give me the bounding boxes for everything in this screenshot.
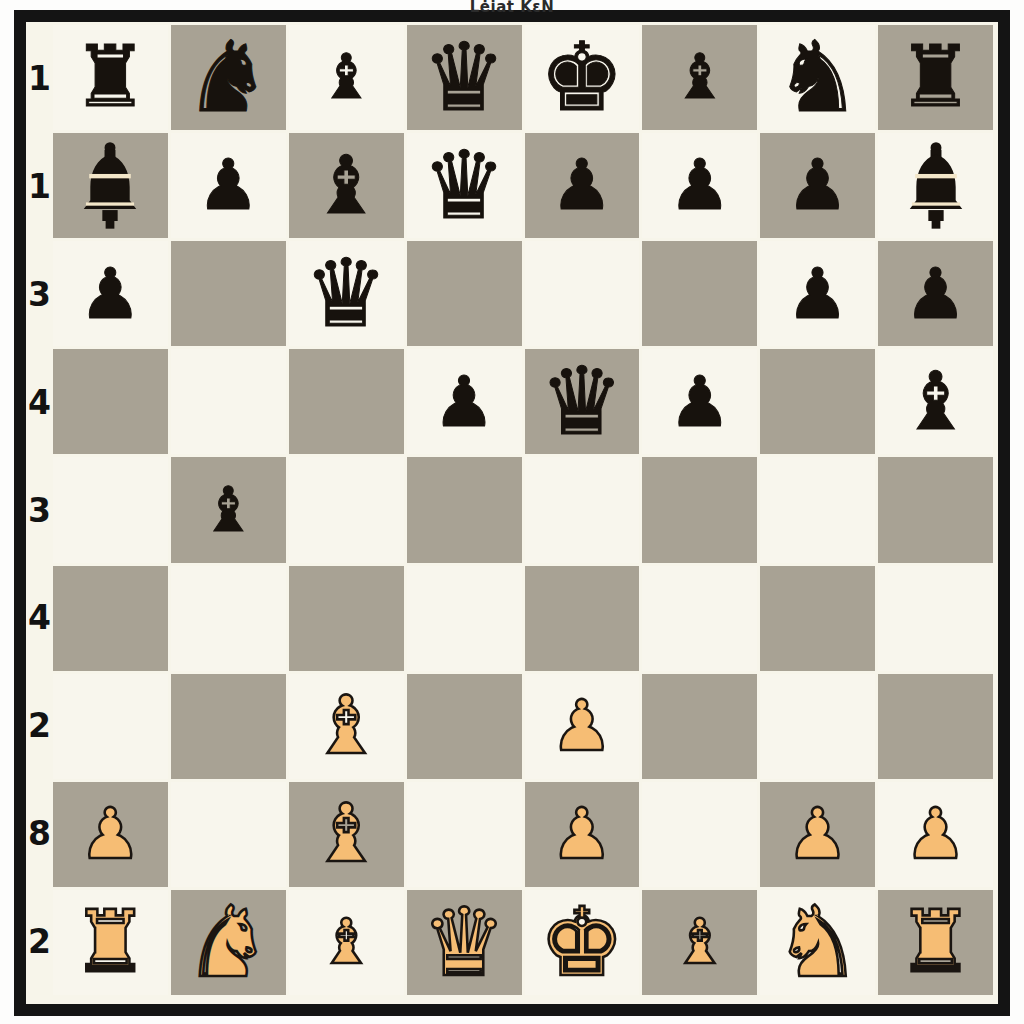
square-b6[interactable] <box>171 566 286 671</box>
black-pawn[interactable]: ♟ <box>551 152 614 219</box>
square-f1[interactable]: ♝ <box>642 25 757 130</box>
square-d1[interactable]: ♛ <box>407 25 522 130</box>
black-queen[interactable]: ♛ <box>540 357 624 446</box>
square-b3[interactable] <box>171 241 286 346</box>
black-pawn[interactable]: ♟ <box>668 369 731 436</box>
square-b2[interactable]: ♟ <box>171 133 286 238</box>
square-g1[interactable]: ♞ <box>760 25 875 130</box>
square-f3[interactable] <box>642 241 757 346</box>
square-h2[interactable] <box>878 133 993 238</box>
white-bishop[interactable]: ♝ <box>310 796 382 872</box>
square-g4[interactable] <box>760 349 875 454</box>
square-e8[interactable]: ♟ <box>525 782 640 887</box>
square-c8[interactable]: ♝ <box>289 782 404 887</box>
square-a1[interactable]: ♜ <box>53 25 168 130</box>
square-c2[interactable]: ♝ <box>289 133 404 238</box>
square-a7[interactable] <box>53 674 168 779</box>
square-g9[interactable]: ♞ <box>760 890 875 995</box>
square-g5[interactable] <box>760 457 875 562</box>
square-c5[interactable] <box>289 457 404 562</box>
black-king[interactable]: ♚ <box>539 32 624 122</box>
white-bishop[interactable]: ♝ <box>672 913 728 972</box>
square-h6[interactable] <box>878 566 993 671</box>
black-knight[interactable]: ♞ <box>774 31 862 124</box>
square-g3[interactable]: ♟ <box>760 241 875 346</box>
square-f4[interactable]: ♟ <box>642 349 757 454</box>
square-e4[interactable]: ♛ <box>525 349 640 454</box>
black-bishop[interactable]: ♝ <box>201 481 257 540</box>
square-d3[interactable] <box>407 241 522 346</box>
square-c7[interactable]: ♝ <box>289 674 404 779</box>
square-c1[interactable]: ♝ <box>289 25 404 130</box>
square-d2[interactable]: ♛ <box>407 133 522 238</box>
rank-label-6: 4 <box>26 564 53 672</box>
square-h3[interactable]: ♟ <box>878 241 993 346</box>
black-pawn[interactable]: ♟ <box>668 152 731 219</box>
black-pawn[interactable]: ♟ <box>786 261 849 328</box>
white-bishop[interactable]: ♝ <box>318 913 374 972</box>
square-d6[interactable] <box>407 566 522 671</box>
black-bishop[interactable]: ♝ <box>672 48 728 107</box>
square-d4[interactable]: ♟ <box>407 349 522 454</box>
rank-label-5: 3 <box>26 456 53 564</box>
white-knight[interactable]: ♞ <box>184 896 272 989</box>
square-f6[interactable] <box>642 566 757 671</box>
black-pawn[interactable]: ♟ <box>904 261 967 328</box>
white-king[interactable]: ♚ <box>539 897 624 987</box>
white-queen[interactable]: ♛ <box>422 898 506 987</box>
board-grid: ♜♞♝♛♚♝♞♜♟♝♛♟♟♟♟♛♟♟♟♛♟♝♝♝♟♟♝♟♟♟♜♞♝♛♚♝♞♜ <box>53 25 993 995</box>
rank-label-3: 3 <box>26 241 53 349</box>
square-b9[interactable]: ♞ <box>171 890 286 995</box>
rank-label-1: 1 <box>26 25 53 133</box>
rank-labels: 113434282 <box>26 25 53 995</box>
square-f9[interactable]: ♝ <box>642 890 757 995</box>
black-queen[interactable]: ♛ <box>422 141 506 230</box>
rank-label-2: 1 <box>26 133 53 241</box>
square-c6[interactable] <box>289 566 404 671</box>
square-g8[interactable]: ♟ <box>760 782 875 887</box>
rank-label-9: 2 <box>26 887 53 995</box>
square-g6[interactable] <box>760 566 875 671</box>
square-f8[interactable] <box>642 782 757 887</box>
square-e1[interactable]: ♚ <box>525 25 640 130</box>
chess-board: 113434282 ♜♞♝♛♚♝♞♜♟♝♛♟♟♟♟♛♟♟♟♛♟♝♝♝♟♟♝♟♟♟… <box>14 10 1010 1016</box>
square-e7[interactable]: ♟ <box>525 674 640 779</box>
square-a4[interactable] <box>53 349 168 454</box>
square-b5[interactable]: ♝ <box>171 457 286 562</box>
page-title: Lėiat KεN <box>0 0 1024 16</box>
rank-label-7: 2 <box>26 672 53 780</box>
black-pawn[interactable]: ♟ <box>433 369 496 436</box>
black-rook[interactable]: ♜ <box>72 37 148 118</box>
black-bishop[interactable]: ♝ <box>310 148 382 224</box>
square-a6[interactable] <box>53 566 168 671</box>
square-g7[interactable] <box>760 674 875 779</box>
square-e9[interactable]: ♚ <box>525 890 640 995</box>
rank-label-4: 4 <box>26 348 53 456</box>
square-e5[interactable] <box>525 457 640 562</box>
square-a3[interactable]: ♟ <box>53 241 168 346</box>
square-d9[interactable]: ♛ <box>407 890 522 995</box>
black-queen[interactable]: ♛ <box>304 249 388 338</box>
square-a2[interactable] <box>53 133 168 238</box>
black-queen[interactable]: ♛ <box>422 33 506 122</box>
square-e6[interactable] <box>525 566 640 671</box>
square-h9[interactable]: ♜ <box>878 890 993 995</box>
square-d5[interactable] <box>407 457 522 562</box>
white-pawn[interactable]: ♟ <box>551 801 614 868</box>
square-h4[interactable]: ♝ <box>878 349 993 454</box>
white-pawn[interactable]: ♟ <box>786 801 849 868</box>
black-bell[interactable] <box>75 139 145 233</box>
square-f7[interactable] <box>642 674 757 779</box>
square-a5[interactable] <box>53 457 168 562</box>
square-e3[interactable] <box>525 241 640 346</box>
square-c9[interactable]: ♝ <box>289 890 404 995</box>
square-b4[interactable] <box>171 349 286 454</box>
square-a8[interactable]: ♟ <box>53 782 168 887</box>
square-c3[interactable]: ♛ <box>289 241 404 346</box>
white-pawn[interactable]: ♟ <box>79 801 142 868</box>
white-knight[interactable]: ♞ <box>774 896 862 989</box>
square-f2[interactable]: ♟ <box>642 133 757 238</box>
white-bishop[interactable]: ♝ <box>310 688 382 764</box>
black-bishop[interactable]: ♝ <box>900 364 972 440</box>
square-b7[interactable] <box>171 674 286 779</box>
black-knight[interactable]: ♞ <box>184 31 272 124</box>
square-h1[interactable]: ♜ <box>878 25 993 130</box>
board-inner: ♜♞♝♛♚♝♞♜♟♝♛♟♟♟♟♛♟♟♟♛♟♝♝♝♟♟♝♟♟♟♜♞♝♛♚♝♞♜ <box>26 22 998 1004</box>
square-d8[interactable] <box>407 782 522 887</box>
white-rook[interactable]: ♜ <box>72 902 148 983</box>
square-a9[interactable]: ♜ <box>53 890 168 995</box>
square-c4[interactable] <box>289 349 404 454</box>
square-g2[interactable]: ♟ <box>760 133 875 238</box>
black-bell[interactable] <box>901 139 971 233</box>
white-rook[interactable]: ♜ <box>897 902 973 983</box>
black-bishop[interactable]: ♝ <box>318 48 374 107</box>
black-pawn[interactable]: ♟ <box>79 261 142 328</box>
square-h8[interactable]: ♟ <box>878 782 993 887</box>
white-pawn[interactable]: ♟ <box>904 801 967 868</box>
square-b1[interactable]: ♞ <box>171 25 286 130</box>
square-h7[interactable] <box>878 674 993 779</box>
black-rook[interactable]: ♜ <box>897 37 973 118</box>
black-pawn[interactable]: ♟ <box>786 152 849 219</box>
square-d7[interactable] <box>407 674 522 779</box>
white-pawn[interactable]: ♟ <box>551 693 614 760</box>
square-h5[interactable] <box>878 457 993 562</box>
square-f5[interactable] <box>642 457 757 562</box>
black-pawn[interactable]: ♟ <box>197 152 260 219</box>
rank-label-8: 8 <box>26 779 53 887</box>
square-e2[interactable]: ♟ <box>525 133 640 238</box>
square-b8[interactable] <box>171 782 286 887</box>
